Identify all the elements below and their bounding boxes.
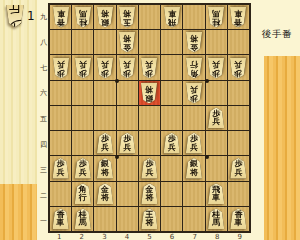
square-3一[interactable]: [94, 207, 115, 231]
rank-label-七: 七: [39, 63, 48, 73]
piece-kanji: 将: [123, 9, 131, 18]
piece-kanji: 桂: [79, 17, 87, 26]
hand-piece-kanji-1: 歩: [7, 16, 23, 37]
piece-kanji: 兵: [57, 59, 65, 68]
piece-kanji: 兵: [234, 168, 242, 177]
piece-kanji: 車: [57, 9, 65, 18]
piece-kanji: 将: [145, 194, 153, 203]
piece-kanji: 歩: [79, 68, 87, 77]
piece-face: 桂馬: [74, 7, 91, 28]
square-3四[interactable]: 歩兵: [94, 131, 115, 155]
square-9六[interactable]: [228, 81, 249, 105]
square-5六[interactable]: 銀将: [139, 81, 160, 105]
square-3二[interactable]: 金将: [94, 182, 115, 206]
hoshi-dot: [115, 79, 119, 83]
piece-歩兵-8五[interactable]: 歩兵: [208, 107, 225, 128]
rank-label-一: 一: [39, 216, 48, 226]
square-5四[interactable]: [139, 131, 160, 155]
square-5八[interactable]: [139, 30, 160, 54]
square-2七[interactable]: 歩兵: [72, 55, 93, 79]
square-1五[interactable]: [50, 106, 71, 130]
piece-kanji: 将: [101, 194, 109, 203]
square-3六[interactable]: [94, 81, 115, 105]
file-label-9: 9: [235, 233, 245, 240]
piece-kanji: 馬: [79, 219, 87, 228]
square-9七[interactable]: 歩兵: [228, 55, 249, 79]
piece-歩兵-5三[interactable]: 歩兵: [141, 158, 158, 179]
square-6七[interactable]: [161, 55, 182, 79]
square-1六[interactable]: [50, 81, 71, 105]
piece-face: 香車: [52, 208, 69, 229]
piece-香車-1九[interactable]: 香車: [52, 7, 69, 28]
piece-face: 金将: [141, 183, 158, 204]
hoshi-dot: [205, 79, 209, 83]
piece-kanji: 銀: [145, 93, 153, 102]
piece-kanji: 兵: [212, 118, 220, 127]
piece-飛車-8二[interactable]: 飛車: [208, 183, 225, 204]
square-7六[interactable]: 歩兵: [183, 81, 204, 105]
square-5三[interactable]: 歩兵: [139, 156, 160, 180]
piece-kanji: 兵: [57, 168, 65, 177]
piece-歩兵-2七[interactable]: 歩兵: [74, 57, 91, 78]
rank-label-五: 五: [39, 114, 48, 124]
piece-face: 銀将: [141, 82, 158, 103]
square-3五[interactable]: [94, 106, 115, 130]
piece-玉将-4九[interactable]: 玉将: [119, 7, 136, 28]
square-8九[interactable]: 桂馬: [206, 5, 227, 29]
piece-kanji: 玉: [123, 17, 131, 26]
square-9二[interactable]: [228, 182, 249, 206]
square-7三[interactable]: 銀将: [183, 156, 204, 180]
square-1三[interactable]: 歩兵: [50, 156, 71, 180]
square-2四[interactable]: [72, 131, 93, 155]
square-8四[interactable]: [206, 131, 227, 155]
piece-銀将-7三[interactable]: 銀将: [185, 158, 202, 179]
file-label-2: 2: [77, 233, 87, 240]
piece-kanji: 兵: [101, 59, 109, 68]
square-4五[interactable]: [117, 106, 138, 130]
piece-歩兵-1三[interactable]: 歩兵: [52, 158, 69, 179]
square-8八[interactable]: [206, 30, 227, 54]
piece-歩兵-1七[interactable]: 歩兵: [52, 57, 69, 78]
piece-face: 角行: [185, 57, 202, 78]
square-5二[interactable]: 金将: [139, 182, 160, 206]
square-8三[interactable]: [206, 156, 227, 180]
piece-face: 歩兵: [163, 133, 180, 154]
piece-kanji: 兵: [101, 143, 109, 152]
piece-face: 桂馬: [74, 208, 91, 229]
file-label-3: 3: [99, 233, 109, 240]
square-1四[interactable]: [50, 131, 71, 155]
piece-face: 角行: [74, 183, 91, 204]
piece-kanji: 銀: [101, 17, 109, 26]
piece-face: 金将: [185, 32, 202, 53]
piece-kanji: 将: [101, 9, 109, 18]
hoshi-dot: [205, 155, 209, 159]
piece-kanji: 香: [234, 17, 242, 26]
piece-face: 歩兵: [185, 133, 202, 154]
piece-face: 飛車: [208, 183, 225, 204]
piece-kanji: 歩: [190, 93, 198, 102]
piece-kanji: 車: [168, 9, 176, 18]
square-7七[interactable]: 角行: [183, 55, 204, 79]
square-8五[interactable]: 歩兵: [206, 106, 227, 130]
square-8一[interactable]: 桂馬: [206, 207, 227, 231]
piece-kanji: 角: [190, 68, 198, 77]
piece-face: 桂馬: [208, 208, 225, 229]
square-8六[interactable]: [206, 81, 227, 105]
piece-歩兵-2三[interactable]: 歩兵: [74, 158, 91, 179]
piece-kanji: 金: [190, 42, 198, 51]
square-3七[interactable]: 歩兵: [94, 55, 115, 79]
piece-香車-9九[interactable]: 香車: [230, 7, 247, 28]
square-4九[interactable]: 玉将: [117, 5, 138, 29]
piece-face: 桂馬: [208, 7, 225, 28]
piece-face: 歩兵: [52, 158, 69, 179]
piece-桂馬-8九[interactable]: 桂馬: [208, 7, 225, 28]
piece-face: 歩兵: [208, 107, 225, 128]
square-6二[interactable]: [161, 182, 182, 206]
piece-歩兵-4四[interactable]: 歩兵: [119, 133, 136, 154]
square-2三[interactable]: 歩兵: [72, 156, 93, 180]
turn-indicator: 後手番: [262, 28, 292, 41]
file-label-8: 8: [212, 233, 222, 240]
piece-kanji: 兵: [190, 143, 198, 152]
piece-kanji: 兵: [123, 59, 131, 68]
piece-face: 歩兵: [230, 57, 247, 78]
file-label-5: 5: [145, 233, 155, 240]
square-3三[interactable]: 銀将: [94, 156, 115, 180]
piece-歩兵-7四[interactable]: 歩兵: [185, 133, 202, 154]
rank-label-四: 四: [39, 140, 48, 150]
piece-face: 銀将: [97, 7, 114, 28]
hoshi-dot: [115, 155, 119, 159]
piece-香車-1一[interactable]: 香車: [52, 208, 69, 229]
piece-kanji: 兵: [168, 143, 176, 152]
piece-face: 歩兵: [74, 158, 91, 179]
square-7四[interactable]: 歩兵: [183, 131, 204, 155]
square-4八[interactable]: 金将: [117, 30, 138, 54]
rank-label-八: 八: [39, 37, 48, 47]
square-2一[interactable]: 桂馬: [72, 207, 93, 231]
piece-kanji: 行: [190, 59, 198, 68]
piece-kanji: 馬: [212, 219, 220, 228]
piece-歩兵-9三[interactable]: 歩兵: [230, 158, 247, 179]
rank-label-九: 九: [39, 12, 48, 22]
square-5七[interactable]: 歩兵: [139, 55, 160, 79]
square-4六[interactable]: [117, 81, 138, 105]
piece-face: 歩兵: [208, 57, 225, 78]
piece-香車-9一[interactable]: 香車: [230, 208, 247, 229]
square-7二[interactable]: [183, 182, 204, 206]
piece-face: 歩兵: [119, 57, 136, 78]
file-label-6: 6: [167, 233, 177, 240]
piece-kanji: 将: [145, 219, 153, 228]
piece-kanji: 桂: [212, 17, 220, 26]
piece-桂馬-8一[interactable]: 桂馬: [208, 208, 225, 229]
komadai-bottom-right: [264, 56, 300, 240]
piece-kanji: 車: [57, 219, 65, 228]
square-6八[interactable]: [161, 30, 182, 54]
rank-label-六: 六: [39, 88, 48, 98]
piece-kanji: 将: [190, 168, 198, 177]
square-7九[interactable]: [183, 5, 204, 29]
square-1八[interactable]: [50, 30, 71, 54]
piece-face: 歩兵: [52, 57, 69, 78]
square-6四[interactable]: 歩兵: [161, 131, 182, 155]
square-6三[interactable]: [161, 156, 182, 180]
piece-歩兵-9七[interactable]: 歩兵: [230, 57, 247, 78]
piece-kanji: 飛: [168, 17, 176, 26]
square-2九[interactable]: 桂馬: [72, 5, 93, 29]
piece-金将-7八[interactable]: 金将: [185, 32, 202, 53]
piece-face: 香車: [230, 208, 247, 229]
file-label-7: 7: [190, 233, 200, 240]
piece-kanji: 歩: [123, 68, 131, 77]
piece-face: 飛車: [163, 7, 180, 28]
piece-歩兵-3四[interactable]: 歩兵: [97, 133, 114, 154]
piece-歩兵-7六[interactable]: 歩兵: [185, 82, 202, 103]
piece-kanji: 兵: [79, 168, 87, 177]
piece-face: 金将: [119, 32, 136, 53]
square-7五[interactable]: [183, 106, 204, 130]
komadai-top-left: 歩 兵 1: [0, 0, 37, 184]
piece-face: 歩兵: [141, 158, 158, 179]
square-9三[interactable]: 歩兵: [228, 156, 249, 180]
square-3九[interactable]: 銀将: [94, 5, 115, 29]
square-6五[interactable]: [161, 106, 182, 130]
piece-kanji: 兵: [123, 143, 131, 152]
shogi-app: 歩 兵 1 後手番 香車桂馬銀将玉将飛車桂馬香車金将金将歩兵歩兵歩兵歩兵歩兵角行…: [0, 0, 300, 240]
piece-kanji: 車: [234, 219, 242, 228]
square-4七[interactable]: 歩兵: [117, 55, 138, 79]
square-2六[interactable]: [72, 81, 93, 105]
square-7八[interactable]: 金将: [183, 30, 204, 54]
piece-kanji: 兵: [145, 59, 153, 68]
piece-kanji: 将: [101, 168, 109, 177]
piece-金将-3二[interactable]: 金将: [97, 183, 114, 204]
square-7一[interactable]: [183, 207, 204, 231]
square-9九[interactable]: 香車: [228, 5, 249, 29]
square-6一[interactable]: [161, 207, 182, 231]
piece-face: 王将: [141, 208, 158, 229]
piece-kanji: 金: [123, 42, 131, 51]
piece-歩兵-4七[interactable]: 歩兵: [119, 57, 136, 78]
square-1七[interactable]: 歩兵: [50, 55, 71, 79]
piece-face: 歩兵: [74, 57, 91, 78]
piece-桂馬-2九[interactable]: 桂馬: [74, 7, 91, 28]
piece-kanji: 歩: [101, 68, 109, 77]
piece-歩兵-5七[interactable]: 歩兵: [141, 57, 158, 78]
piece-kanji: 歩: [145, 68, 153, 77]
piece-銀将-3三[interactable]: 銀将: [97, 158, 114, 179]
square-8二[interactable]: 飛車: [206, 182, 227, 206]
square-4三[interactable]: [117, 156, 138, 180]
piece-kanji: 将: [190, 34, 198, 43]
square-5九[interactable]: [139, 5, 160, 29]
square-9一[interactable]: 香車: [228, 207, 249, 231]
square-9五[interactable]: [228, 106, 249, 130]
square-6九[interactable]: 飛車: [161, 5, 182, 29]
piece-kanji: 馬: [212, 9, 220, 18]
hand-piece-pawn[interactable]: 歩 兵: [6, 5, 24, 27]
piece-王将-5一[interactable]: 王将: [141, 208, 158, 229]
square-2八[interactable]: [72, 30, 93, 54]
piece-face: 歩兵: [141, 57, 158, 78]
piece-kanji: 将: [145, 84, 153, 93]
shogi-board: 香車桂馬銀将玉将飛車桂馬香車金将金将歩兵歩兵歩兵歩兵歩兵角行歩兵歩兵銀将歩兵歩兵…: [48, 3, 251, 233]
piece-kanji: 歩: [212, 68, 220, 77]
piece-金将-4八[interactable]: 金将: [119, 32, 136, 53]
piece-桂馬-2一[interactable]: 桂馬: [74, 208, 91, 229]
piece-kanji: 車: [234, 9, 242, 18]
piece-角行-7七[interactable]: 角行: [185, 57, 202, 78]
piece-銀将-3九[interactable]: 銀将: [97, 7, 114, 28]
piece-face: 歩兵: [97, 57, 114, 78]
piece-角行-2二[interactable]: 角行: [74, 183, 91, 204]
piece-kanji: 兵: [145, 168, 153, 177]
piece-kanji: 車: [212, 194, 220, 203]
rank-label-二: 二: [39, 191, 48, 201]
piece-kanji: 兵: [79, 59, 87, 68]
piece-kanji: 歩: [234, 68, 242, 77]
square-9八[interactable]: [228, 30, 249, 54]
piece-歩兵-6四[interactable]: 歩兵: [163, 133, 180, 154]
piece-face: 歩兵: [185, 82, 202, 103]
piece-kanji: 兵: [234, 59, 242, 68]
piece-face: 歩兵: [97, 133, 114, 154]
piece-kanji: 行: [79, 194, 87, 203]
piece-歩兵-8七[interactable]: 歩兵: [208, 57, 225, 78]
square-9四[interactable]: [228, 131, 249, 155]
table-edge-left: [0, 184, 37, 240]
hand-piece-kanji-2: 兵: [7, 0, 23, 16]
square-8七[interactable]: 歩兵: [206, 55, 227, 79]
file-label-1: 1: [54, 233, 64, 240]
square-2五[interactable]: [72, 106, 93, 130]
rank-label-三: 三: [39, 165, 48, 175]
square-4一[interactable]: [117, 207, 138, 231]
piece-kanji: 馬: [79, 9, 87, 18]
square-1九[interactable]: 香車: [50, 5, 71, 29]
piece-face: 歩兵: [119, 133, 136, 154]
square-5一[interactable]: 王将: [139, 207, 160, 231]
piece-飛車-6九[interactable]: 飛車: [163, 7, 180, 28]
piece-face: 銀将: [97, 158, 114, 179]
piece-金将-5二[interactable]: 金将: [141, 183, 158, 204]
square-2二[interactable]: 角行: [72, 182, 93, 206]
piece-face: 香車: [230, 7, 247, 28]
piece-kanji: 香: [57, 17, 65, 26]
square-4二[interactable]: [117, 182, 138, 206]
hand-piece-count: 1: [27, 9, 35, 23]
file-label-4: 4: [122, 233, 132, 240]
piece-kanji: 歩: [57, 68, 65, 77]
piece-kanji: 将: [123, 34, 131, 43]
piece-face: 歩兵: [230, 158, 247, 179]
piece-歩兵-3七[interactable]: 歩兵: [97, 57, 114, 78]
piece-face: 香車: [52, 7, 69, 28]
piece-kanji: 兵: [190, 84, 198, 93]
square-1二[interactable]: [50, 182, 71, 206]
piece-kanji: 兵: [212, 59, 220, 68]
square-5五[interactable]: [139, 106, 160, 130]
piece-face: 銀将: [185, 158, 202, 179]
square-6六[interactable]: [161, 81, 182, 105]
piece-face: 玉将: [119, 7, 136, 28]
square-1一[interactable]: 香車: [50, 207, 71, 231]
piece-銀将-5六[interactable]: 銀将: [141, 82, 158, 103]
square-3八[interactable]: [94, 30, 115, 54]
square-4四[interactable]: 歩兵: [117, 131, 138, 155]
piece-face: 金将: [97, 183, 114, 204]
